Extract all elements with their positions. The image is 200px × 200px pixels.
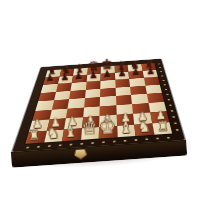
square-g5 [130,85,146,94]
square-d1: ♛ [80,127,99,140]
square-b5 [54,91,71,101]
black-bishop: ♝ [72,62,87,75]
white-pawn: ♟ [98,113,116,126]
white-pawn: ♟ [28,118,46,131]
square-b1: ♞ [44,129,64,142]
square-f1: ♝ [117,124,136,137]
square-g4 [131,94,148,104]
square-c2: ♟ [64,117,83,129]
black-knight: ♞ [128,59,143,71]
black-rook: ♜ [141,59,155,70]
brass-latch [74,149,87,159]
board-grid: ♜♞♝♛♚♝♞♜♟♟♟♟♟♟♟♟♟♟♟♟♟♟♟♟♜♞♝♛♚♝♞♜ [25,63,172,144]
square-f3 [116,104,133,115]
black-king: ♚ [100,57,115,72]
black-queen: ♛ [86,59,101,73]
square-h5 [145,84,162,93]
black-bishop: ♝ [114,59,129,72]
black-rook: ♜ [45,66,59,77]
square-e5 [100,88,115,97]
scene-3d: ♜♞♝♛♚♝♞♜♟♟♟♟♟♟♟♟♟♟♟♟♟♟♟♟♜♞♝♛♚♝♞♜ [4,30,196,165]
square-a2: ♟ [29,120,49,132]
square-c5 [69,90,85,100]
square-a5 [38,92,55,102]
square-g1: ♞ [134,123,154,136]
product-photo-chess-set: ♜♞♝♛♚♝♞♜♟♟♟♟♟♟♟♟♟♟♟♟♟♟♟♟♜♞♝♛♚♝♞♜ [0,0,200,200]
white-pawn: ♟ [63,115,81,128]
square-a1: ♜ [25,130,46,143]
square-b7: ♟ [57,75,73,83]
square-c1: ♝ [62,128,82,141]
photo-area: ♜♞♝♛♚♝♞♜♟♟♟♟♟♟♟♟♟♟♟♟♟♟♟♟♜♞♝♛♚♝♞♜ [4,30,196,165]
chess-board: ♜♞♝♛♚♝♞♜♟♟♟♟♟♟♟♟♟♟♟♟♟♟♟♟♜♞♝♛♚♝♞♜ [12,59,185,152]
black-knight: ♞ [59,64,74,76]
square-c4 [68,98,85,108]
white-pawn: ♟ [81,114,99,127]
square-e3 [99,105,116,116]
square-h1: ♜ [152,122,172,135]
square-e1: ♚ [99,126,117,139]
white-pawn: ♟ [116,112,134,125]
square-d4 [84,97,100,107]
square-h4 [146,93,164,103]
